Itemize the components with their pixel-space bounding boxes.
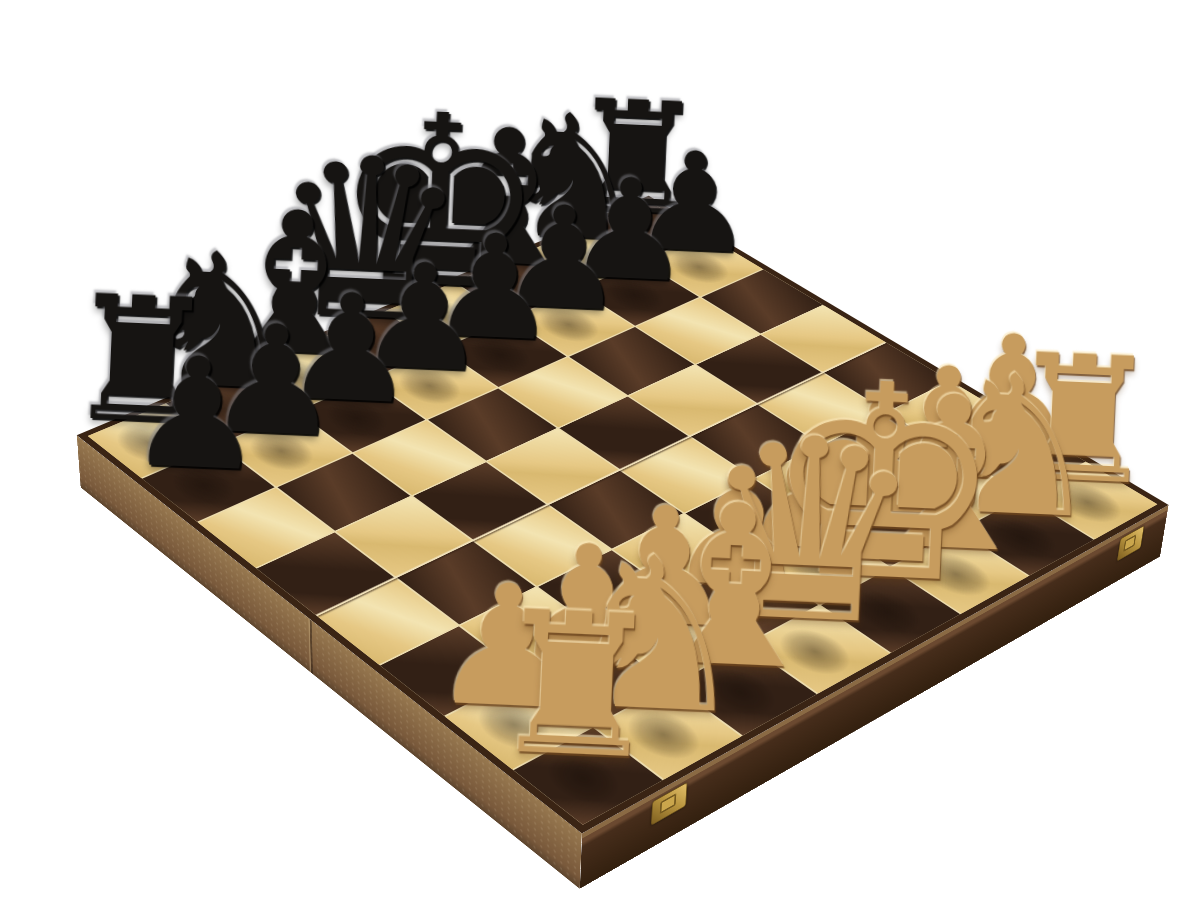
- square-e7[interactable]: ♟: [442, 319, 566, 387]
- fold-seam-side: [310, 619, 313, 674]
- piece-shadow: [524, 300, 613, 349]
- piece-shadow: [599, 210, 684, 255]
- brass-latch-icon: [1117, 525, 1145, 561]
- board-top-face: ♜♟♟♜♞♟♟♞♝♟♟♝♚♟♟♚♛♟♟♛♝♟♟♝♞♟♟♞♜♟♟♜: [77, 196, 1169, 834]
- square-e6[interactable]: [500, 357, 627, 427]
- piece-white-rook[interactable]: ♜: [484, 584, 668, 788]
- piece-black-knight[interactable]: ♞: [492, 89, 652, 266]
- square-d7[interactable]: ♟: [371, 349, 497, 419]
- square-g6[interactable]: [636, 298, 759, 364]
- piece-shadow: [468, 264, 555, 311]
- square-h7[interactable]: ♟: [643, 235, 762, 297]
- piece-black-pawn[interactable]: ♟: [496, 185, 628, 331]
- chess-set-photo: ♜♟♟♜♞♟♟♞♝♟♟♝♚♟♟♚♛♟♟♛♝♟♟♝♞♟♟♞♜♟♟♜: [0, 0, 1200, 900]
- board-grid: ♜♟♟♜♞♟♟♞♝♟♟♝♚♟♟♚♛♟♟♛♝♟♟♝♞♟♟♞♜♟♟♜: [88, 201, 1157, 825]
- piece-shadow: [656, 244, 742, 290]
- piece-shadow: [534, 237, 620, 283]
- piece-shadow: [399, 292, 487, 341]
- piece-black-pawn[interactable]: ♟: [124, 334, 267, 492]
- square-h8[interactable]: ♜: [587, 201, 704, 261]
- square-f8[interactable]: ♝: [455, 254, 576, 317]
- square-e8[interactable]: ♚: [386, 283, 508, 348]
- square-g8[interactable]: ♞: [522, 227, 641, 289]
- piece-black-rook[interactable]: ♜: [564, 79, 709, 239]
- piece-black-pawn[interactable]: ♟: [427, 213, 561, 361]
- piece-black-king[interactable]: ♚: [328, 80, 550, 325]
- piece-shadow: [384, 360, 475, 412]
- piece-black-pawn[interactable]: ♟: [355, 242, 491, 393]
- piece-shadow: [591, 272, 679, 319]
- piece-black-bishop[interactable]: ♝: [419, 101, 594, 294]
- piece-shadow: [455, 330, 545, 380]
- square-d6[interactable]: [428, 388, 557, 460]
- square-g7[interactable]: ♟: [578, 262, 699, 326]
- camera-roll-wrapper: ♜♟♟♜♞♟♟♞♝♟♟♝♚♟♟♚♛♟♟♛♝♟♟♝♞♟♟♞♜♟♟♜: [0, 0, 1200, 900]
- square-f6[interactable]: [569, 327, 694, 395]
- chess-board: ♜♟♟♜♞♟♟♞♝♟♟♝♚♟♟♚♛♟♟♛♝♟♟♝♞♟♟♞♜♟♟♜: [77, 196, 1169, 834]
- piece-black-pawn[interactable]: ♟: [564, 158, 694, 302]
- piece-black-pawn[interactable]: ♟: [629, 132, 757, 274]
- square-f7[interactable]: ♟: [511, 290, 634, 356]
